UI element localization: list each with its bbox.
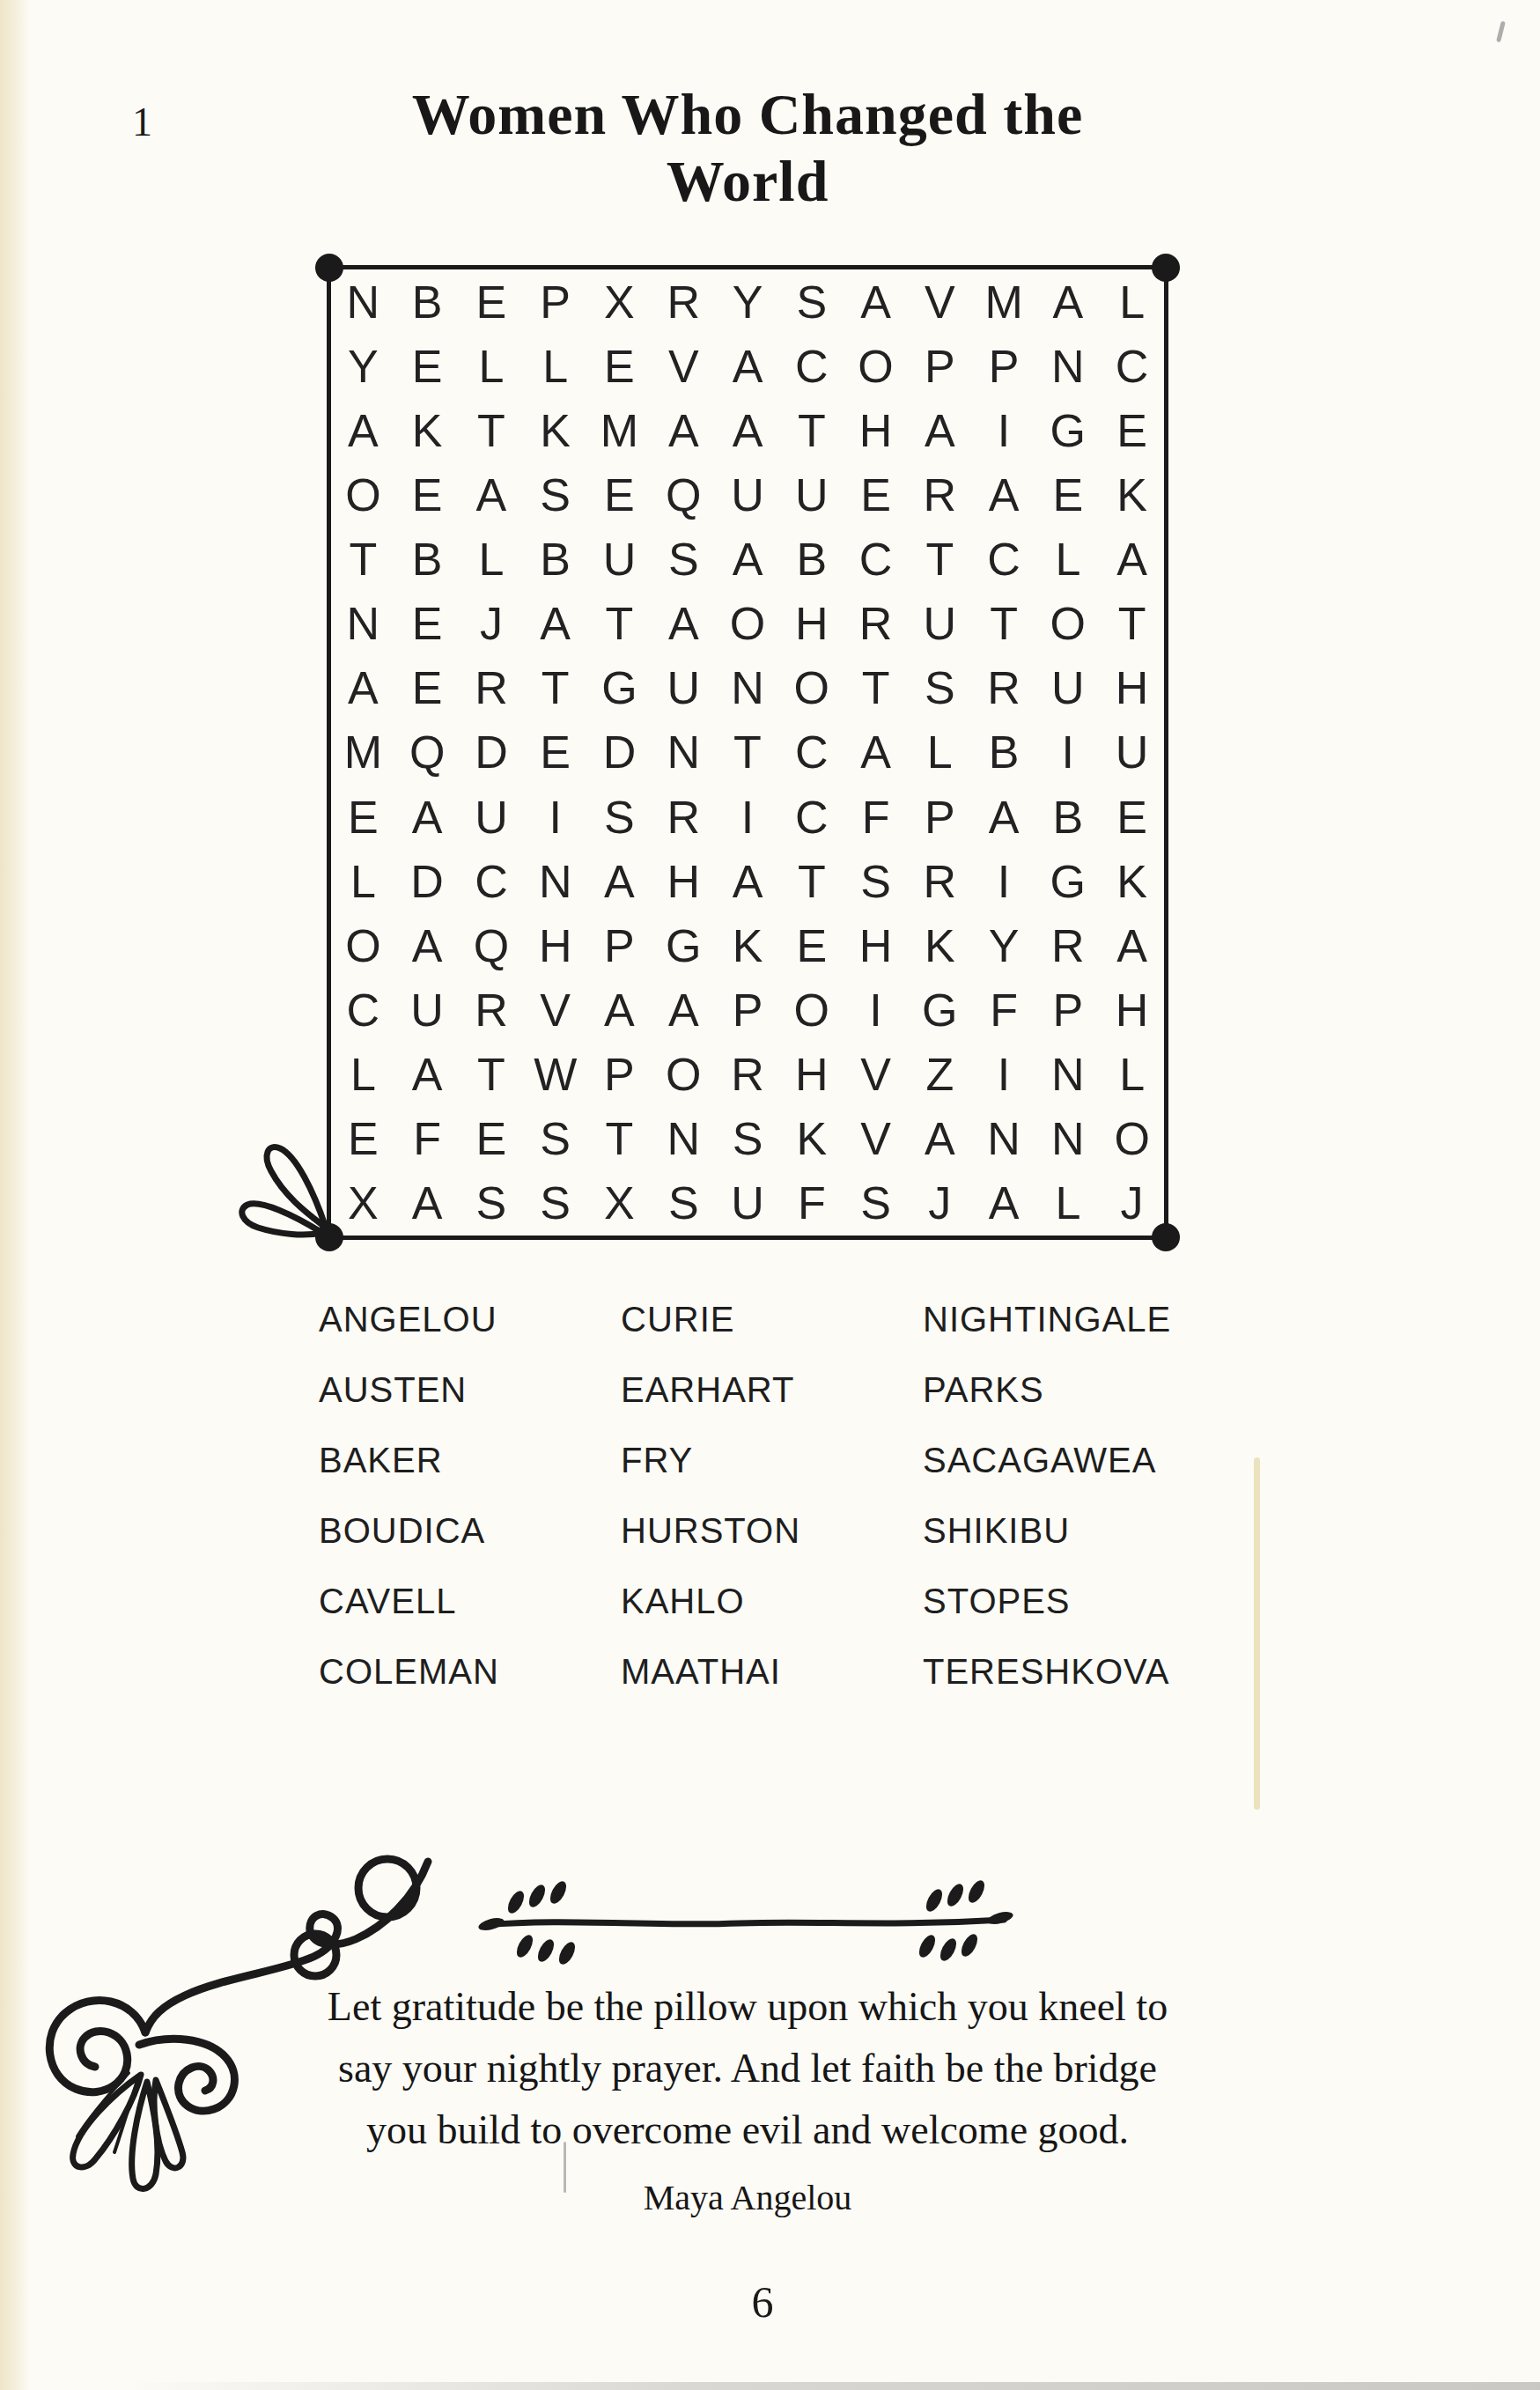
- grid-cell[interactable]: I: [972, 849, 1036, 913]
- grid-cell[interactable]: P: [908, 785, 972, 849]
- word-list-column: ANGELOUAUSTENBAKERBOUDICACAVELLCOLEMAN: [319, 1302, 621, 1724]
- grid-cell[interactable]: U: [587, 527, 652, 592]
- leaf-divider-icon: [475, 1874, 1017, 1971]
- grid-cell[interactable]: I: [1035, 720, 1100, 785]
- grid-cell[interactable]: O: [1100, 1107, 1164, 1171]
- grid-cell[interactable]: E: [395, 656, 460, 720]
- grid-cell[interactable]: F: [972, 977, 1036, 1042]
- grid-cell[interactable]: O: [716, 592, 780, 656]
- grid-cell[interactable]: U: [395, 977, 460, 1042]
- grid-cell[interactable]: I: [972, 1043, 1036, 1107]
- grid-cell[interactable]: O: [844, 334, 908, 398]
- grid-cell[interactable]: R: [652, 269, 716, 334]
- grid-cell[interactable]: I: [972, 398, 1036, 462]
- word-list-item[interactable]: CAVELL: [319, 1583, 621, 1619]
- grid-cell[interactable]: A: [972, 1171, 1036, 1236]
- grid-cell[interactable]: C: [460, 849, 524, 913]
- grid-cell[interactable]: R: [844, 592, 908, 656]
- grid-cell[interactable]: T: [587, 1107, 652, 1171]
- quote-block: Let gratitude be the pillow upon which y…: [0, 1976, 1495, 2218]
- grid-cell[interactable]: V: [652, 334, 716, 398]
- word-list-item[interactable]: BAKER: [319, 1442, 621, 1478]
- grid-cell[interactable]: O: [652, 1043, 716, 1107]
- grid-cell[interactable]: G: [587, 656, 652, 720]
- grid-cell[interactable]: A: [395, 785, 460, 849]
- grid-cell[interactable]: A: [652, 977, 716, 1042]
- word-list-column: NIGHTINGALEPARKSSACAGAWEASHIKIBUSTOPESTE…: [923, 1302, 1182, 1724]
- grid-cell[interactable]: K: [395, 398, 460, 462]
- grid-cell[interactable]: T: [460, 1043, 524, 1107]
- grid-cell[interactable]: A: [395, 1171, 460, 1236]
- word-list-column: CURIEEARHARTFRYHURSTONKAHLOMAATHAI: [621, 1302, 923, 1724]
- grid-cell[interactable]: A: [652, 398, 716, 462]
- grid-cell[interactable]: H: [1100, 656, 1164, 720]
- quote-line: you build to overcome evil and welcome g…: [0, 2099, 1495, 2161]
- grid-cell[interactable]: T: [331, 527, 395, 592]
- grid-cell[interactable]: E: [395, 462, 460, 527]
- grid-cell[interactable]: T: [523, 656, 587, 720]
- word-list-item[interactable]: NIGHTINGALE: [923, 1302, 1182, 1337]
- grid-cell[interactable]: S: [587, 785, 652, 849]
- grid-cell[interactable]: E: [331, 1107, 395, 1171]
- grid-cell[interactable]: Y: [716, 269, 780, 334]
- grid-cell[interactable]: V: [523, 977, 587, 1042]
- grid-cell[interactable]: E: [1100, 398, 1164, 462]
- grid-cell[interactable]: C: [844, 527, 908, 592]
- grid-cell[interactable]: R: [1035, 913, 1100, 977]
- scan-artifact-mark: [1496, 21, 1506, 42]
- grid-cell[interactable]: H: [844, 913, 908, 977]
- grid-cell[interactable]: E: [1035, 462, 1100, 527]
- grid-cell[interactable]: U: [1100, 720, 1164, 785]
- grid-cell[interactable]: A: [716, 849, 780, 913]
- grid-cell[interactable]: E: [1100, 785, 1164, 849]
- grid-cell[interactable]: Z: [908, 1043, 972, 1107]
- grid-cell[interactable]: H: [1100, 977, 1164, 1042]
- grid-cell[interactable]: B: [395, 527, 460, 592]
- grid-cell[interactable]: L: [331, 1043, 395, 1107]
- word-list-item[interactable]: EARHART: [621, 1372, 923, 1407]
- grid-cell[interactable]: P: [972, 334, 1036, 398]
- grid-cell[interactable]: H: [779, 592, 844, 656]
- grid-cell[interactable]: U: [908, 592, 972, 656]
- grid-cell[interactable]: K: [908, 913, 972, 977]
- grid-cell[interactable]: N: [716, 656, 780, 720]
- grid-cell[interactable]: B: [1035, 785, 1100, 849]
- grid-cell[interactable]: D: [587, 720, 652, 785]
- word-list-item[interactable]: BOUDICA: [319, 1513, 621, 1548]
- grid-cell[interactable]: L: [331, 849, 395, 913]
- page-number: 6: [0, 2276, 1525, 2327]
- word-list-item[interactable]: COLEMAN: [319, 1654, 621, 1689]
- grid-cell[interactable]: Q: [652, 462, 716, 527]
- grid-cell[interactable]: Q: [395, 720, 460, 785]
- grid-cell[interactable]: E: [779, 913, 844, 977]
- grid-cell[interactable]: E: [587, 462, 652, 527]
- grid-cell[interactable]: M: [587, 398, 652, 462]
- grid-cell[interactable]: T: [972, 592, 1036, 656]
- grid-cell[interactable]: R: [908, 462, 972, 527]
- grid-cell[interactable]: B: [395, 269, 460, 334]
- word-list-item[interactable]: CURIE: [621, 1302, 923, 1337]
- grid-cell[interactable]: B: [972, 720, 1036, 785]
- grid-cell[interactable]: C: [779, 720, 844, 785]
- grid-cell[interactable]: C: [1100, 334, 1164, 398]
- grid-cell[interactable]: B: [523, 527, 587, 592]
- word-list-item[interactable]: AUSTEN: [319, 1372, 621, 1407]
- grid-cell[interactable]: T: [779, 398, 844, 462]
- word-list: ANGELOUAUSTENBAKERBOUDICACAVELLCOLEMAN C…: [319, 1302, 1182, 1724]
- leaf-sprig-icon: [227, 1115, 335, 1245]
- grid-cell[interactable]: H: [779, 1043, 844, 1107]
- grid-cell[interactable]: A: [395, 1043, 460, 1107]
- grid-cell[interactable]: G: [652, 913, 716, 977]
- word-list-item[interactable]: ANGELOU: [319, 1302, 621, 1337]
- puzzle-number: 1: [132, 99, 152, 145]
- grid-cell[interactable]: Q: [460, 913, 524, 977]
- grid-cell[interactable]: A: [395, 913, 460, 977]
- quote-line: Let gratitude be the pillow upon which y…: [0, 1976, 1495, 2038]
- grid-cell[interactable]: I: [523, 785, 587, 849]
- grid-cell[interactable]: V: [908, 269, 972, 334]
- grid-cell[interactable]: L: [908, 720, 972, 785]
- word-list-item[interactable]: PARKS: [923, 1372, 1182, 1407]
- grid-cell[interactable]: J: [908, 1171, 972, 1236]
- grid-cell[interactable]: C: [331, 977, 395, 1042]
- grid-cell[interactable]: T: [716, 720, 780, 785]
- grid-cell[interactable]: U: [652, 656, 716, 720]
- grid-cell[interactable]: A: [587, 849, 652, 913]
- grid-cell[interactable]: S: [523, 462, 587, 527]
- grid-cell[interactable]: A: [716, 334, 780, 398]
- grid-cell[interactable]: H: [523, 913, 587, 977]
- grid-cell[interactable]: W: [523, 1043, 587, 1107]
- grid-cell[interactable]: T: [779, 849, 844, 913]
- grid-cell[interactable]: K: [1100, 849, 1164, 913]
- grid-cell[interactable]: A: [1100, 527, 1164, 592]
- grid-cell[interactable]: F: [844, 785, 908, 849]
- grid-cell[interactable]: N: [1035, 1043, 1100, 1107]
- grid-cell[interactable]: C: [972, 527, 1036, 592]
- word-list-item[interactable]: TERESHKOVA: [923, 1654, 1182, 1689]
- grid-cell[interactable]: U: [1035, 656, 1100, 720]
- grid-cell[interactable]: N: [331, 592, 395, 656]
- grid-cell[interactable]: L: [1100, 269, 1164, 334]
- grid-cell[interactable]: N: [652, 720, 716, 785]
- grid-cell[interactable]: G: [908, 977, 972, 1042]
- grid-cell[interactable]: E: [587, 334, 652, 398]
- grid-cell[interactable]: I: [844, 977, 908, 1042]
- grid-cell[interactable]: V: [844, 1043, 908, 1107]
- grid-cell[interactable]: E: [331, 785, 395, 849]
- grid-cell[interactable]: E: [523, 720, 587, 785]
- grid-cell[interactable]: A: [587, 977, 652, 1042]
- word-search-board: NBEPXRYSAVMALYELLEVACOPPNCAKTKMAATHAIGEO…: [327, 265, 1168, 1240]
- grid-cell[interactable]: A: [716, 398, 780, 462]
- grid-cell[interactable]: V: [844, 1107, 908, 1171]
- grid-cell[interactable]: A: [523, 592, 587, 656]
- grid-cell[interactable]: A: [652, 592, 716, 656]
- grid-cell[interactable]: R: [652, 785, 716, 849]
- grid-cell[interactable]: O: [331, 913, 395, 977]
- grid-cell[interactable]: K: [523, 398, 587, 462]
- grid-cell[interactable]: C: [779, 785, 844, 849]
- grid-cell[interactable]: E: [844, 462, 908, 527]
- grid-cell[interactable]: L: [523, 334, 587, 398]
- grid-cell[interactable]: J: [1100, 1171, 1164, 1236]
- grid-cell[interactable]: F: [395, 1107, 460, 1171]
- grid-cell[interactable]: R: [460, 977, 524, 1042]
- grid-cell[interactable]: E: [460, 1107, 524, 1171]
- grid-cell[interactable]: T: [844, 656, 908, 720]
- grid-cell[interactable]: B: [779, 527, 844, 592]
- grid-cell[interactable]: S: [844, 1171, 908, 1236]
- grid-cell[interactable]: A: [844, 720, 908, 785]
- scan-bottom-edge: [0, 2382, 1540, 2390]
- grid-cell[interactable]: O: [779, 977, 844, 1042]
- grid-cell[interactable]: A: [908, 1107, 972, 1171]
- grid-cell[interactable]: U: [716, 462, 780, 527]
- grid-cell[interactable]: S: [908, 656, 972, 720]
- grid-cell[interactable]: Y: [331, 334, 395, 398]
- grid-cell[interactable]: O: [779, 656, 844, 720]
- word-list-item[interactable]: HURSTON: [621, 1513, 923, 1548]
- grid-cell[interactable]: E: [395, 592, 460, 656]
- book-page: 1 Women Who Changed the World NBEPXRYSAV…: [0, 0, 1540, 2390]
- grid-cell[interactable]: N: [652, 1107, 716, 1171]
- grid-cell[interactable]: A: [1035, 269, 1100, 334]
- quote-attribution: Maya Angelou: [0, 2177, 1495, 2218]
- grid-cell[interactable]: P: [716, 977, 780, 1042]
- grid-cell[interactable]: N: [523, 849, 587, 913]
- grid-cell[interactable]: M: [331, 720, 395, 785]
- grid-cell[interactable]: A: [331, 398, 395, 462]
- word-list-item[interactable]: SHIKIBU: [923, 1513, 1182, 1548]
- grid-cell[interactable]: R: [972, 656, 1036, 720]
- grid-cell[interactable]: K: [716, 913, 780, 977]
- grid-cell[interactable]: A: [972, 785, 1036, 849]
- grid-cell[interactable]: J: [460, 592, 524, 656]
- grid-cell[interactable]: S: [523, 1171, 587, 1236]
- grid-cell[interactable]: D: [395, 849, 460, 913]
- grid-cell[interactable]: R: [908, 849, 972, 913]
- grid-cell[interactable]: S: [716, 1107, 780, 1171]
- grid-cell[interactable]: G: [1035, 398, 1100, 462]
- grid-cell[interactable]: X: [587, 269, 652, 334]
- grid-cell[interactable]: N: [1035, 334, 1100, 398]
- word-list-item[interactable]: MAATHAI: [621, 1654, 923, 1689]
- grid-cell[interactable]: S: [652, 527, 716, 592]
- grid-cell[interactable]: P: [523, 269, 587, 334]
- grid-cell[interactable]: G: [1035, 849, 1100, 913]
- grid-cell[interactable]: A: [460, 462, 524, 527]
- word-list-item[interactable]: STOPES: [923, 1583, 1182, 1619]
- page-title: Women Who Changed the World: [327, 81, 1168, 215]
- grid-cell[interactable]: H: [844, 398, 908, 462]
- grid-cell[interactable]: X: [331, 1171, 395, 1236]
- grid-cell[interactable]: T: [908, 527, 972, 592]
- grid-cell[interactable]: L: [460, 527, 524, 592]
- grid-cell[interactable]: O: [1035, 592, 1100, 656]
- grid-cell[interactable]: D: [460, 720, 524, 785]
- grid-cell[interactable]: M: [972, 269, 1036, 334]
- grid-cell[interactable]: I: [716, 785, 780, 849]
- grid-cell[interactable]: N: [331, 269, 395, 334]
- word-list-item[interactable]: SACAGAWEA: [923, 1442, 1182, 1478]
- grid-cell[interactable]: A: [972, 462, 1036, 527]
- grid-cell[interactable]: Y: [972, 913, 1036, 977]
- grid-cell[interactable]: N: [972, 1107, 1036, 1171]
- grid-cell[interactable]: C: [779, 334, 844, 398]
- grid-cell[interactable]: R: [460, 656, 524, 720]
- grid-cell[interactable]: S: [652, 1171, 716, 1236]
- grid-cell[interactable]: P: [908, 334, 972, 398]
- grid-cell[interactable]: S: [779, 269, 844, 334]
- grid-cell[interactable]: T: [1100, 592, 1164, 656]
- grid-cell[interactable]: P: [1035, 977, 1100, 1042]
- grid-cell[interactable]: U: [779, 462, 844, 527]
- grid-cell[interactable]: S: [523, 1107, 587, 1171]
- grid-cell[interactable]: U: [460, 785, 524, 849]
- letter-grid: NBEPXRYSAVMALYELLEVACOPPNCAKTKMAATHAIGEO…: [331, 269, 1164, 1236]
- grid-cell[interactable]: A: [908, 398, 972, 462]
- grid-cell[interactable]: L: [460, 334, 524, 398]
- grid-cell[interactable]: X: [587, 1171, 652, 1236]
- grid-cell[interactable]: E: [395, 334, 460, 398]
- grid-cell[interactable]: T: [587, 592, 652, 656]
- grid-cell[interactable]: E: [460, 269, 524, 334]
- grid-cell[interactable]: S: [844, 849, 908, 913]
- grid-cell[interactable]: F: [779, 1171, 844, 1236]
- grid-cell[interactable]: A: [716, 527, 780, 592]
- grid-cell[interactable]: P: [587, 1043, 652, 1107]
- scan-artifact-streak: [1254, 1457, 1260, 1810]
- grid-cell[interactable]: S: [460, 1171, 524, 1236]
- grid-cell[interactable]: K: [779, 1107, 844, 1171]
- grid-cell[interactable]: A: [844, 269, 908, 334]
- grid-cell[interactable]: L: [1100, 1043, 1164, 1107]
- grid-cell[interactable]: A: [1100, 913, 1164, 977]
- grid-cell[interactable]: N: [1035, 1107, 1100, 1171]
- grid-cell[interactable]: K: [1100, 462, 1164, 527]
- grid-cell[interactable]: P: [587, 913, 652, 977]
- grid-cell[interactable]: O: [331, 462, 395, 527]
- grid-cell[interactable]: L: [1035, 1171, 1100, 1236]
- grid-cell[interactable]: L: [1035, 527, 1100, 592]
- grid-cell[interactable]: R: [716, 1043, 780, 1107]
- word-list-item[interactable]: KAHLO: [621, 1583, 923, 1619]
- grid-cell[interactable]: H: [652, 849, 716, 913]
- quote-line: say your nightly prayer. And let faith b…: [0, 2038, 1495, 2099]
- grid-cell[interactable]: T: [460, 398, 524, 462]
- word-list-item[interactable]: FRY: [621, 1442, 923, 1478]
- grid-cell[interactable]: A: [331, 656, 395, 720]
- grid-cell[interactable]: U: [716, 1171, 780, 1236]
